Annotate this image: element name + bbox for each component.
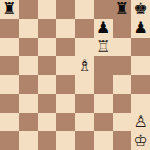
square-e8[interactable] [75, 0, 94, 19]
square-e4[interactable] [75, 75, 94, 94]
square-b4[interactable] [19, 75, 38, 94]
square-c4[interactable] [38, 75, 57, 94]
square-e6[interactable] [75, 38, 94, 57]
square-a8[interactable]: ♜ [0, 0, 19, 19]
square-a6[interactable] [0, 38, 19, 57]
white-bishop: ♗ [77, 57, 91, 73]
square-h3[interactable] [131, 94, 150, 113]
square-g6[interactable] [113, 38, 132, 57]
square-c8[interactable] [38, 0, 57, 19]
square-h5[interactable] [131, 56, 150, 75]
square-g4[interactable] [113, 75, 132, 94]
square-b2[interactable] [19, 113, 38, 132]
square-a1[interactable] [0, 131, 19, 150]
square-d3[interactable] [56, 94, 75, 113]
square-h1[interactable]: ♔ [131, 131, 150, 150]
square-a3[interactable] [0, 94, 19, 113]
square-f2[interactable] [94, 113, 113, 132]
square-e3[interactable] [75, 94, 94, 113]
square-d1[interactable] [56, 131, 75, 150]
chess-board: ♜♜♚♟♟♖♗♙♔ [0, 0, 150, 150]
square-a4[interactable] [0, 75, 19, 94]
square-c5[interactable] [38, 56, 57, 75]
square-d7[interactable] [56, 19, 75, 38]
square-e2[interactable] [75, 113, 94, 132]
square-c2[interactable] [38, 113, 57, 132]
square-f1[interactable] [94, 131, 113, 150]
square-h8[interactable]: ♚ [131, 0, 150, 19]
square-e5[interactable]: ♗ [75, 56, 94, 75]
square-f8[interactable] [94, 0, 113, 19]
black-pawn: ♟ [133, 20, 147, 36]
square-a2[interactable] [0, 113, 19, 132]
square-g3[interactable] [113, 94, 132, 113]
square-f6[interactable]: ♖ [94, 38, 113, 57]
square-g2[interactable] [113, 113, 132, 132]
square-g1[interactable] [113, 131, 132, 150]
square-g8[interactable]: ♜ [113, 0, 132, 19]
square-f5[interactable] [94, 56, 113, 75]
square-f7[interactable]: ♟ [94, 19, 113, 38]
black-king: ♚ [133, 1, 147, 17]
square-b3[interactable] [19, 94, 38, 113]
square-d8[interactable] [56, 0, 75, 19]
white-pawn: ♙ [133, 113, 147, 129]
square-b1[interactable] [19, 131, 38, 150]
square-e7[interactable] [75, 19, 94, 38]
square-h7[interactable]: ♟ [131, 19, 150, 38]
black-rook: ♜ [2, 1, 16, 17]
square-d6[interactable] [56, 38, 75, 57]
square-f4[interactable] [94, 75, 113, 94]
square-c7[interactable] [38, 19, 57, 38]
square-f3[interactable] [94, 94, 113, 113]
black-rook: ♜ [115, 1, 129, 17]
square-d4[interactable] [56, 75, 75, 94]
black-pawn: ♟ [96, 20, 110, 36]
square-a5[interactable] [0, 56, 19, 75]
square-b7[interactable] [19, 19, 38, 38]
square-c1[interactable] [38, 131, 57, 150]
square-c6[interactable] [38, 38, 57, 57]
square-d5[interactable] [56, 56, 75, 75]
square-h2[interactable]: ♙ [131, 113, 150, 132]
square-e1[interactable] [75, 131, 94, 150]
square-b5[interactable] [19, 56, 38, 75]
white-rook: ♖ [96, 38, 110, 54]
square-h4[interactable] [131, 75, 150, 94]
square-g5[interactable] [113, 56, 132, 75]
square-c3[interactable] [38, 94, 57, 113]
white-king: ♔ [133, 132, 147, 148]
square-g7[interactable] [113, 19, 132, 38]
square-b6[interactable] [19, 38, 38, 57]
square-a7[interactable] [0, 19, 19, 38]
square-d2[interactable] [56, 113, 75, 132]
square-b8[interactable] [19, 0, 38, 19]
square-h6[interactable] [131, 38, 150, 57]
